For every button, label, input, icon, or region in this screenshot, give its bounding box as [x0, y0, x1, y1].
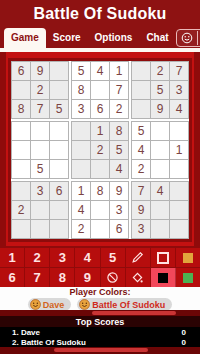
sudoku-cell-r5c8[interactable] [151, 141, 169, 159]
sudoku-cell-r3c6[interactable]: 2 [110, 100, 128, 118]
black-color-swatch-color [158, 273, 168, 283]
sudoku-cell-r1c8[interactable]: 2 [151, 62, 169, 80]
sudoku-cell-r8c1[interactable]: 2 [12, 201, 30, 219]
sudoku-box-3: 275394 [131, 61, 189, 119]
sudoku-cell-r9c7[interactable]: 3 [132, 220, 150, 238]
sudoku-cell-r3c1[interactable]: 8 [12, 100, 30, 118]
sudoku-cell-r7c5[interactable]: 8 [91, 182, 109, 200]
sudoku-cell-r9c3[interactable] [50, 220, 68, 238]
sudoku-cell-r3c3[interactable]: 5 [50, 100, 68, 118]
sudoku-cell-r4c4[interactable] [72, 122, 90, 140]
speaker-icon[interactable] [198, 32, 200, 44]
sudoku-cell-r7c4[interactable]: 1 [72, 182, 90, 200]
orange-color-swatch[interactable] [176, 248, 200, 267]
sudoku-cell-r7c2[interactable]: 3 [31, 182, 49, 200]
no-symbol-icon[interactable] [101, 268, 126, 287]
sudoku-cell-r7c6[interactable]: 9 [110, 182, 128, 200]
sudoku-box-1: 692875 [11, 61, 69, 119]
sudoku-box-6: 5412 [131, 121, 189, 179]
avatar-icon [79, 299, 90, 310]
sudoku-cell-r8c5[interactable] [91, 201, 109, 219]
eraser-icon[interactable] [126, 268, 151, 287]
tab-bar: GameScoreOptionsChat [0, 28, 200, 48]
sudoku-cell-r9c8[interactable] [151, 220, 169, 238]
sudoku-cell-r1c5[interactable]: 4 [91, 62, 109, 80]
scrollbar-top-handle[interactable] [92, 311, 176, 315]
sudoku-cell-r5c2[interactable] [31, 141, 49, 159]
top-scores-list: 1. Dave02. Battle Of Sudoku0 [0, 327, 200, 347]
sudoku-cell-r2c9[interactable]: 3 [170, 81, 188, 99]
sudoku-cell-r2c3[interactable] [50, 81, 68, 99]
sudoku-cell-r5c9[interactable]: 1 [170, 141, 188, 159]
sudoku-box-9: 7493 [131, 181, 189, 239]
pad-number-9[interactable]: 9 [75, 268, 100, 287]
sudoku-cell-r9c5[interactable] [91, 220, 109, 238]
score-value: 0 [182, 338, 186, 347]
sudoku-cell-r8c2[interactable] [31, 201, 49, 219]
player-colors-panel: Player Colors: DaveBattle Of Sudoku [0, 287, 200, 310]
tab-chat[interactable]: Chat [139, 28, 175, 48]
avatar-icon [30, 299, 41, 310]
sudoku-cell-r6c4[interactable] [72, 160, 90, 178]
tab-options[interactable]: Options [88, 28, 140, 48]
sudoku-cell-r1c4[interactable]: 5 [72, 62, 90, 80]
sudoku-cell-r5c1[interactable] [12, 141, 30, 159]
sudoku-cell-r6c6[interactable]: 4 [110, 160, 128, 178]
pad-number-5[interactable]: 5 [101, 248, 126, 267]
sudoku-cell-r2c4[interactable]: 8 [72, 81, 90, 99]
sudoku-cell-r3c7[interactable] [132, 100, 150, 118]
sudoku-cell-r2c5[interactable] [91, 81, 109, 99]
pad-number-1[interactable]: 1 [0, 248, 25, 267]
sudoku-cell-r7c8[interactable]: 4 [151, 182, 169, 200]
player-name: Battle Of Sudoku [92, 300, 165, 310]
sudoku-cell-r4c5[interactable]: 1 [91, 122, 109, 140]
page-title: Battle Of Sudoku [0, 0, 200, 28]
sudoku-cell-r8c7[interactable]: 9 [132, 201, 150, 219]
sudoku-cell-r4c3[interactable] [50, 122, 68, 140]
sudoku-cell-r6c7[interactable]: 2 [132, 160, 150, 178]
scrollbar-bottom-handle[interactable] [54, 348, 148, 352]
tab-score[interactable]: Score [46, 28, 88, 48]
sudoku-cell-r7c3[interactable]: 6 [50, 182, 68, 200]
sudoku-cell-r3c9[interactable]: 4 [170, 100, 188, 118]
sudoku-cell-r6c1[interactable] [12, 160, 30, 178]
sudoku-cell-r2c7[interactable] [132, 81, 150, 99]
sudoku-cell-r2c1[interactable] [12, 81, 30, 99]
white-color-swatch[interactable] [151, 248, 176, 267]
score-player: 2. Battle Of Sudoku [12, 338, 86, 347]
sudoku-cell-r5c7[interactable]: 4 [132, 141, 150, 159]
sudoku-box-7: 362 [11, 181, 69, 239]
tabs: GameScoreOptionsChat [4, 28, 176, 48]
sudoku-box-5: 18254 [71, 121, 129, 179]
sudoku-cell-r8c8[interactable] [151, 201, 169, 219]
score-row-1: 1. Dave0 [0, 327, 200, 337]
sudoku-cell-r4c2[interactable] [31, 122, 49, 140]
pencil-icon[interactable] [126, 248, 151, 267]
black-color-swatch[interactable] [151, 268, 176, 287]
sudoku-cell-r5c3[interactable] [50, 141, 68, 159]
player-name: Dave [43, 300, 65, 310]
sudoku-cell-r3c4[interactable]: 3 [72, 100, 90, 118]
sudoku-cell-r2c8[interactable]: 5 [151, 81, 169, 99]
sudoku-cell-r1c7[interactable] [132, 62, 150, 80]
green-color-swatch[interactable] [176, 268, 200, 287]
sudoku-cell-r3c2[interactable]: 7 [31, 100, 49, 118]
sudoku-cell-r7c7[interactable]: 7 [132, 182, 150, 200]
sudoku-cell-r2c6[interactable]: 7 [110, 81, 128, 99]
sudoku-cell-r9c9[interactable] [170, 220, 188, 238]
white-color-swatch-color [157, 252, 169, 264]
sudoku-cell-r9c1[interactable] [12, 220, 30, 238]
pad-number-8[interactable]: 8 [50, 268, 75, 287]
sudoku-cell-r8c6[interactable]: 3 [110, 201, 128, 219]
sudoku-cell-r5c4[interactable] [72, 141, 90, 159]
score-value: 0 [182, 328, 186, 337]
pad-number-7[interactable]: 7 [25, 268, 50, 287]
pad-number-6[interactable]: 6 [0, 268, 25, 287]
top-scores-header: Top Scores [0, 316, 200, 327]
number-pad: 123456789 [0, 246, 200, 287]
board-section: 6928755418736227539451825454123621894326… [0, 52, 200, 246]
sudoku-cell-r9c6[interactable]: 6 [110, 220, 128, 238]
pad-number-2[interactable]: 2 [25, 248, 50, 267]
sudoku-cell-r1c1[interactable]: 6 [12, 62, 30, 80]
sudoku-cell-r4c1[interactable] [12, 122, 30, 140]
sudoku-box-4: 5 [11, 121, 69, 179]
scrollbar-bottom[interactable] [0, 347, 200, 354]
pad-row-1: 12345 [0, 248, 200, 268]
sudoku-cell-r4c8[interactable] [151, 122, 169, 140]
orange-color-swatch-color [183, 253, 193, 263]
sudoku-cell-r4c9[interactable] [170, 122, 188, 140]
sudoku-cell-r1c6[interactable]: 1 [110, 62, 128, 80]
sudoku-board: 6928755418736227539451825454123621894326… [8, 58, 192, 242]
sudoku-cell-r4c6[interactable]: 8 [110, 122, 128, 140]
sudoku-cell-r3c8[interactable]: 9 [151, 100, 169, 118]
pad-number-4[interactable]: 4 [75, 248, 100, 267]
icon-box [176, 29, 200, 47]
sudoku-cell-r6c8[interactable] [151, 160, 169, 178]
sudoku-box-2: 54187362 [71, 61, 129, 119]
player-colors-label: Player Colors: [0, 288, 200, 297]
sudoku-cell-r9c2[interactable] [31, 220, 49, 238]
sudoku-cell-r7c1[interactable] [12, 182, 30, 200]
sudoku-cell-r2c2[interactable]: 2 [31, 81, 49, 99]
sudoku-cell-r6c2[interactable]: 5 [31, 160, 49, 178]
score-player: 1. Dave [12, 328, 40, 337]
sudoku-cell-r8c4[interactable]: 4 [72, 201, 90, 219]
sudoku-cell-r1c3[interactable] [50, 62, 68, 80]
sudoku-cell-r1c9[interactable]: 7 [170, 62, 188, 80]
sudoku-cell-r9c4[interactable]: 2 [72, 220, 90, 238]
pad-row-2: 6789 [0, 268, 200, 287]
tab-game[interactable]: Game [4, 28, 46, 48]
sudoku-cell-r3c5[interactable]: 6 [91, 100, 109, 118]
pad-number-3[interactable]: 3 [50, 248, 75, 267]
sudoku-cell-r6c9[interactable] [170, 160, 188, 178]
sudoku-cell-r1c2[interactable]: 9 [31, 62, 49, 80]
sudoku-cell-r7c9[interactable] [170, 182, 188, 200]
sudoku-cell-r8c3[interactable] [50, 201, 68, 219]
sudoku-cell-r8c9[interactable] [170, 201, 188, 219]
sudoku-cell-r6c5[interactable] [91, 160, 109, 178]
smiley-icon[interactable] [177, 32, 197, 44]
scrollbar-top[interactable] [0, 310, 200, 316]
sudoku-cell-r5c6[interactable]: 5 [110, 141, 128, 159]
sudoku-cell-r6c3[interactable] [50, 160, 68, 178]
sudoku-box-8: 1894326 [71, 181, 129, 239]
green-color-swatch-color [183, 273, 193, 283]
score-row-2: 2. Battle Of Sudoku0 [0, 337, 200, 347]
sudoku-cell-r5c5[interactable]: 2 [91, 141, 109, 159]
sudoku-cell-r4c7[interactable]: 5 [132, 122, 150, 140]
